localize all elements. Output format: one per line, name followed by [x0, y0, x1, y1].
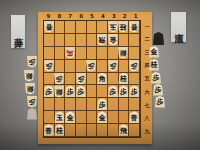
board-cell[interactable]	[129, 34, 140, 47]
board-cell[interactable]	[129, 124, 140, 137]
board-cell[interactable]	[87, 98, 98, 111]
piece-kanji: 桂	[120, 23, 127, 30]
board-cell[interactable]: 歩	[55, 73, 66, 86]
captured-piece-sente[interactable]: 桂	[149, 59, 159, 71]
piece-kanji: 歩	[99, 102, 106, 109]
shogi-piece[interactable]: 桂	[118, 73, 128, 85]
board-cell[interactable]	[108, 111, 119, 124]
shogi-piece[interactable]: 歩	[65, 86, 75, 98]
board-cell[interactable]: 飛	[97, 34, 108, 47]
board-cell[interactable]: 歩	[97, 98, 108, 111]
board-cell[interactable]: 香	[129, 111, 140, 124]
piece-kanji: 金	[99, 114, 106, 121]
board-cell[interactable]: 玉	[55, 111, 66, 124]
board-cell[interactable]	[129, 47, 140, 60]
board-cell[interactable]: 香	[44, 21, 55, 34]
board-cell[interactable]	[87, 111, 98, 124]
piece-kanji: 歩	[56, 74, 63, 81]
captured-piece-sente[interactable]: 歩	[153, 84, 163, 96]
shogi-piece[interactable]: 金	[97, 111, 107, 123]
board-cell[interactable]	[129, 98, 140, 111]
board-cell[interactable]: 歩	[76, 73, 87, 86]
rank-label: 二	[143, 33, 151, 46]
shogi-piece[interactable]: 桂	[118, 21, 128, 33]
board-cell[interactable]: 香	[44, 124, 55, 137]
file-label: 1	[130, 13, 141, 19]
piece-kanji: 歩	[77, 74, 84, 81]
board-cell[interactable]: 歩	[119, 85, 130, 98]
piece-kanji: 銀	[56, 87, 63, 94]
shogi-piece[interactable]: 歩	[86, 60, 96, 72]
shogi-piece[interactable]: 香	[44, 21, 54, 33]
board-cell[interactable]	[87, 34, 98, 47]
board-cell[interactable]	[87, 73, 98, 86]
shogi-piece[interactable]: 歩	[129, 60, 139, 72]
board-cell[interactable]	[65, 73, 76, 86]
board-cell[interactable]	[76, 47, 87, 60]
captured-piece-gote[interactable]: 歩	[27, 96, 37, 108]
board-grid: 香玉桂香飛金馬銀歩歩歩歩歩歩角桂歩銀歩歩歩歩歩歩玉金金香香桂飛	[43, 20, 141, 138]
board-cell[interactable]	[76, 34, 87, 47]
piece-kanji: 歩	[120, 89, 127, 96]
board-cell[interactable]	[65, 124, 76, 137]
board-cell[interactable]: 香	[129, 21, 140, 34]
captured-piece-sente[interactable]: 歩	[155, 96, 165, 108]
rank-label: 八	[143, 112, 151, 125]
board-cell[interactable]	[55, 60, 66, 73]
board-cell[interactable]	[97, 21, 108, 34]
piece-kanji: 歩	[131, 61, 138, 68]
piece-kanji: 歩	[45, 89, 52, 96]
piece-kanji: 歩	[109, 61, 116, 68]
captured-piece-gote[interactable]: 銀	[25, 83, 35, 95]
shogi-piece[interactable]: 歩	[118, 86, 128, 98]
piece-kanji: 香	[45, 127, 52, 134]
board-cell[interactable]: 歩	[76, 85, 87, 98]
file-coordinates: 987654321	[43, 13, 141, 19]
rank-label: 五	[143, 72, 151, 85]
captured-piece-sente[interactable]: 歩	[151, 72, 161, 84]
board-cell[interactable]	[55, 98, 66, 111]
board-cell[interactable]	[97, 85, 108, 98]
shogi-piece[interactable]: 歩	[108, 86, 118, 98]
piece-kanji: 金	[109, 36, 116, 43]
piece-kanji: 歩	[67, 89, 74, 96]
board-cell[interactable]: 飛	[119, 124, 130, 137]
board-cell[interactable]: 玉	[108, 21, 119, 34]
shogi-piece[interactable]: 金	[108, 34, 118, 46]
shogi-piece[interactable]: 角	[97, 73, 107, 85]
blank-piece-tile	[27, 108, 37, 120]
shogi-piece[interactable]: 歩	[108, 60, 118, 72]
piece-kanji: 歩	[77, 89, 84, 96]
piece-kanji: 歩	[109, 89, 116, 96]
file-label: 4	[97, 13, 108, 19]
rank-label: 九	[143, 125, 151, 138]
rank-label: 一	[143, 20, 151, 33]
board-cell[interactable]	[87, 47, 98, 60]
board-cell[interactable]: 桂	[55, 124, 66, 137]
board-cell[interactable]: 桂	[119, 73, 130, 86]
shogi-board: 香玉桂香飛金馬銀歩歩歩歩歩歩角桂歩銀歩歩歩歩歩歩玉金金香香桂飛	[38, 12, 152, 144]
piece-kanji: 歩	[45, 61, 52, 68]
captured-piece-sente[interactable]: 金	[149, 46, 159, 58]
board-cell[interactable]	[44, 73, 55, 86]
captured-piece-gote[interactable]: 歩	[27, 56, 37, 68]
board-cell[interactable]	[76, 21, 87, 34]
board-cell[interactable]: 歩	[129, 60, 140, 73]
board-cell[interactable]: 歩	[87, 60, 98, 73]
board-cell[interactable]	[65, 60, 76, 73]
board-cell[interactable]	[76, 124, 87, 137]
board-cell[interactable]	[44, 34, 55, 47]
rank-label: 六	[143, 86, 151, 99]
board-cell[interactable]	[87, 85, 98, 98]
shogi-piece[interactable]: 歩	[44, 86, 54, 98]
file-label: 7	[65, 13, 76, 19]
board-cell[interactable]	[44, 111, 55, 124]
board-cell[interactable]	[65, 21, 76, 34]
board-cell[interactable]	[97, 47, 108, 60]
board-cell[interactable]	[65, 34, 76, 47]
player-nameplate-right: 広瀬	[171, 12, 186, 42]
board-cell[interactable]: 歩	[108, 85, 119, 98]
piece-kanji: 玉	[56, 114, 63, 121]
piece-kanji: 香	[131, 114, 138, 121]
board-cell[interactable]	[55, 47, 66, 60]
board-cell[interactable]	[55, 21, 66, 34]
player-nameplate-left: 藤井	[11, 15, 25, 48]
board-cell[interactable]	[119, 98, 130, 111]
file-label: 9	[43, 13, 54, 19]
board-cell[interactable]: 歩	[129, 85, 140, 98]
piece-kanji: 角	[99, 76, 106, 83]
board-cell[interactable]: 歩	[44, 60, 55, 73]
board-cell[interactable]	[129, 73, 140, 86]
piece-kanji: 飛	[120, 127, 127, 134]
file-label: 2	[119, 13, 130, 19]
piece-kanji: 銀	[120, 48, 127, 55]
board-cell[interactable]	[108, 47, 119, 60]
board-cell[interactable]	[44, 98, 55, 111]
board-cell[interactable]: 角	[97, 73, 108, 86]
black-piece-marker-icon	[153, 32, 164, 45]
board-cell[interactable]	[87, 124, 98, 137]
shogi-piece[interactable]: 銀	[118, 47, 128, 59]
shogi-piece[interactable]: 歩	[129, 86, 139, 98]
shogi-piece[interactable]: 金	[65, 111, 75, 123]
shogi-piece[interactable]: 歩	[97, 98, 107, 110]
piece-kanji: 歩	[131, 89, 138, 96]
shogi-piece[interactable]: 飛	[118, 124, 128, 136]
board-cell[interactable]: 歩	[65, 85, 76, 98]
board-cell[interactable]	[44, 47, 55, 60]
board-cell[interactable]: 銀	[55, 85, 66, 98]
piece-kanji: 金	[67, 114, 74, 121]
piece-kanji: 香	[131, 23, 138, 30]
board-cell[interactable]	[65, 98, 76, 111]
file-label: 8	[54, 13, 65, 19]
board-cell[interactable]	[76, 60, 87, 73]
piece-kanji: 香	[45, 23, 52, 30]
piece-kanji: 馬	[67, 48, 74, 55]
rank-label: 七	[143, 99, 151, 112]
board-cell[interactable]	[108, 73, 119, 86]
shogi-piece[interactable]: 玉	[54, 111, 64, 123]
captured-piece-gote[interactable]: 銀	[24, 70, 34, 82]
board-cell[interactable]	[108, 124, 119, 137]
piece-kanji: 桂	[120, 76, 127, 83]
board-cell[interactable]: 金	[65, 111, 76, 124]
shogi-piece[interactable]: 銀	[54, 86, 64, 98]
piece-kanji: 桂	[56, 127, 63, 134]
board-cell[interactable]: 金	[97, 111, 108, 124]
board-cell[interactable]	[97, 60, 108, 73]
shogi-piece[interactable]: 香	[129, 21, 139, 33]
board-cell[interactable]	[119, 60, 130, 73]
board-cell[interactable]: 歩	[108, 60, 119, 73]
shogi-piece[interactable]: 香	[44, 124, 54, 136]
shogi-piece[interactable]: 香	[129, 111, 139, 123]
file-label: 3	[108, 13, 119, 19]
board-cell[interactable]: 歩	[44, 85, 55, 98]
board-cell[interactable]	[76, 111, 87, 124]
piece-kanji: 歩	[88, 61, 95, 68]
shogi-piece[interactable]: 馬	[65, 47, 75, 59]
shogi-piece[interactable]: 飛	[97, 34, 107, 46]
shogi-piece[interactable]: 桂	[54, 124, 64, 136]
shogi-piece[interactable]: 玉	[108, 21, 118, 33]
board-cell[interactable]: 銀	[119, 47, 130, 60]
file-label: 5	[87, 13, 98, 19]
shogi-piece[interactable]: 歩	[76, 73, 86, 85]
piece-kanji: 玉	[109, 23, 116, 30]
board-cell[interactable]	[55, 34, 66, 47]
board-cell[interactable]	[119, 111, 130, 124]
file-label: 6	[76, 13, 87, 19]
shogi-piece[interactable]: 歩	[54, 73, 64, 85]
board-cell[interactable]	[108, 98, 119, 111]
rank-coordinates: 一二三四五六七八九	[143, 20, 151, 138]
board-cell[interactable]: 桂	[119, 21, 130, 34]
board-cell[interactable]: 金	[108, 34, 119, 47]
board-cell[interactable]	[97, 124, 108, 137]
shogi-piece[interactable]: 歩	[76, 86, 86, 98]
photo-canvas: 香玉桂香飛金馬銀歩歩歩歩歩歩角桂歩銀歩歩歩歩歩歩玉金金香香桂飛 98765432…	[0, 0, 200, 150]
board-cell[interactable]	[119, 34, 130, 47]
board-cell[interactable]	[76, 98, 87, 111]
board-cell[interactable]: 馬	[65, 47, 76, 60]
piece-kanji: 飛	[99, 36, 106, 43]
shogi-piece[interactable]: 歩	[44, 60, 54, 72]
board-cell[interactable]	[87, 21, 98, 34]
